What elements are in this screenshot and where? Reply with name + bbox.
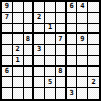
- sudoku-cell-given: 3: [34, 45, 45, 56]
- sudoku-cell-empty[interactable]: [24, 77, 35, 88]
- sudoku-cell-given: 1: [45, 24, 56, 35]
- sudoku-cell-empty[interactable]: [24, 56, 35, 67]
- sudoku-cell-empty[interactable]: [88, 56, 99, 67]
- sudoku-cell-empty[interactable]: [2, 24, 13, 35]
- sudoku-cell-empty[interactable]: [56, 88, 67, 99]
- sudoku-cell-empty[interactable]: [45, 2, 56, 13]
- sudoku-cell-empty[interactable]: [67, 34, 78, 45]
- sudoku-cell-empty[interactable]: [34, 88, 45, 99]
- sudoku-cell-empty[interactable]: [88, 45, 99, 56]
- sudoku-cell-empty[interactable]: [77, 88, 88, 99]
- sudoku-cell-empty[interactable]: [56, 2, 67, 13]
- sudoku-cell-given: 7: [56, 34, 67, 45]
- sudoku-cell-given: 5: [45, 77, 56, 88]
- sudoku-cell-empty[interactable]: [34, 24, 45, 35]
- sudoku-cell-given: 3: [67, 88, 78, 99]
- sudoku-cell-empty[interactable]: [45, 34, 56, 45]
- sudoku-cell-empty[interactable]: [56, 45, 67, 56]
- sudoku-cell-empty[interactable]: [2, 56, 13, 67]
- sudoku-cell-given: 8: [56, 67, 67, 78]
- sudoku-cell-empty[interactable]: [67, 13, 78, 24]
- sudoku-cell-empty[interactable]: [67, 77, 78, 88]
- sudoku-cell-given: 6: [67, 2, 78, 13]
- sudoku-cell-empty[interactable]: [2, 45, 13, 56]
- sudoku-cell-empty[interactable]: [77, 67, 88, 78]
- sudoku-cell-given: 9: [2, 2, 13, 13]
- sudoku-cell-given: 7: [2, 13, 13, 24]
- sudoku-cell-empty[interactable]: [24, 2, 35, 13]
- sudoku-cell-empty[interactable]: [34, 34, 45, 45]
- sudoku-cell-empty[interactable]: [34, 2, 45, 13]
- sudoku-cell-empty[interactable]: [56, 13, 67, 24]
- sudoku-cell-empty[interactable]: [34, 77, 45, 88]
- sudoku-cell-given: 1: [13, 56, 24, 67]
- sudoku-cell-empty[interactable]: [88, 67, 99, 78]
- sudoku-cell-empty[interactable]: [67, 56, 78, 67]
- sudoku-cell-empty[interactable]: [13, 67, 24, 78]
- sudoku-cell-empty[interactable]: [67, 45, 78, 56]
- sudoku-cell-empty[interactable]: [13, 13, 24, 24]
- sudoku-board: 96472187923168523: [0, 0, 101, 101]
- sudoku-cell-given: 2: [13, 45, 24, 56]
- sudoku-cell-given: 6: [2, 67, 13, 78]
- sudoku-cell-empty[interactable]: [24, 88, 35, 99]
- sudoku-puzzle: 96472187923168523: [0, 0, 101, 101]
- sudoku-cell-empty[interactable]: [56, 24, 67, 35]
- sudoku-cell-empty[interactable]: [77, 13, 88, 24]
- sudoku-cell-empty[interactable]: [45, 13, 56, 24]
- sudoku-cell-empty[interactable]: [13, 77, 24, 88]
- sudoku-cell-given: 2: [34, 13, 45, 24]
- sudoku-cell-empty[interactable]: [88, 2, 99, 13]
- sudoku-cell-empty[interactable]: [13, 2, 24, 13]
- sudoku-cell-empty[interactable]: [2, 34, 13, 45]
- sudoku-cell-empty[interactable]: [77, 77, 88, 88]
- sudoku-cell-empty[interactable]: [2, 77, 13, 88]
- sudoku-cell-empty[interactable]: [45, 67, 56, 78]
- sudoku-cell-empty[interactable]: [88, 34, 99, 45]
- sudoku-cell-empty[interactable]: [88, 24, 99, 35]
- sudoku-cell-empty[interactable]: [77, 24, 88, 35]
- sudoku-cell-empty[interactable]: [45, 45, 56, 56]
- sudoku-cell-given: 8: [24, 34, 35, 45]
- sudoku-cell-empty[interactable]: [77, 56, 88, 67]
- sudoku-cell-empty[interactable]: [24, 67, 35, 78]
- sudoku-cell-empty[interactable]: [2, 88, 13, 99]
- sudoku-cell-empty[interactable]: [77, 45, 88, 56]
- sudoku-cell-empty[interactable]: [45, 56, 56, 67]
- sudoku-cell-empty[interactable]: [34, 56, 45, 67]
- sudoku-cell-given: 2: [88, 77, 99, 88]
- sudoku-cell-given: 4: [77, 2, 88, 13]
- sudoku-cell-empty[interactable]: [24, 24, 35, 35]
- sudoku-cell-empty[interactable]: [56, 56, 67, 67]
- sudoku-cell-empty[interactable]: [13, 88, 24, 99]
- sudoku-cell-empty[interactable]: [88, 88, 99, 99]
- sudoku-cell-empty[interactable]: [34, 67, 45, 78]
- sudoku-cell-empty[interactable]: [13, 34, 24, 45]
- sudoku-cell-empty[interactable]: [13, 24, 24, 35]
- sudoku-cell-empty[interactable]: [45, 88, 56, 99]
- sudoku-cell-empty[interactable]: [24, 45, 35, 56]
- sudoku-cell-empty[interactable]: [24, 13, 35, 24]
- sudoku-cell-given: 9: [77, 34, 88, 45]
- sudoku-cell-empty[interactable]: [67, 24, 78, 35]
- sudoku-cell-empty[interactable]: [67, 67, 78, 78]
- sudoku-cell-empty[interactable]: [56, 77, 67, 88]
- sudoku-cell-empty[interactable]: [88, 13, 99, 24]
